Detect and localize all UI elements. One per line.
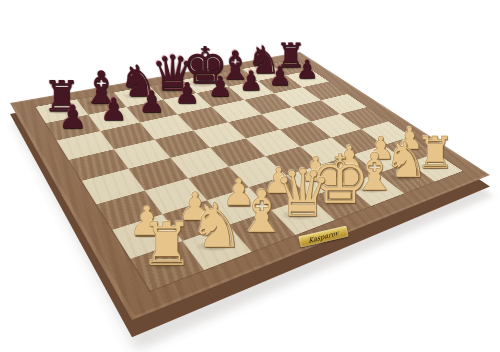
product-photo: ♜♝♞♛♚♝♞♜♟♟♟♟♟♟♟♟♟♟♟♟♟♟♟♟♜♞♝♛♚♝♞♜ Kasparo… bbox=[0, 0, 500, 352]
board-grid bbox=[36, 59, 463, 291]
